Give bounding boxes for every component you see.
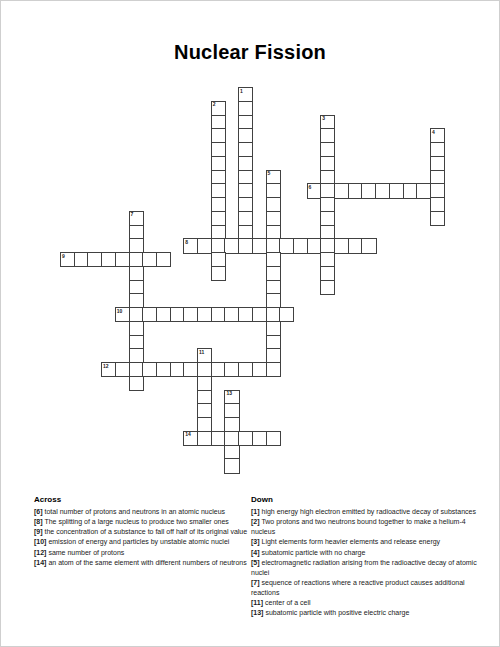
grid-cell[interactable] xyxy=(279,307,294,322)
clue-item-number: [13] xyxy=(251,609,263,616)
across-clue-list: [6] total number of protons and neutrons… xyxy=(34,507,251,568)
grid-cell[interactable] xyxy=(266,362,281,377)
clue-item: [13] subatomic particle with positive el… xyxy=(251,608,481,618)
clue-item: [1] high energy high electron emitted by… xyxy=(251,507,481,517)
down-header: Down xyxy=(251,495,481,504)
clue-item-number: [4] xyxy=(251,549,260,556)
clue-number: 2 xyxy=(213,102,216,107)
grid-cell[interactable] xyxy=(361,238,376,253)
clue-item-number: [11] xyxy=(251,599,263,606)
clue-item: [6] total number of protons and neutrons… xyxy=(34,507,251,517)
across-header: Across xyxy=(34,495,251,504)
clue-number: 11 xyxy=(199,350,204,355)
crossword-grid: 1234567891011121314 xyxy=(60,87,445,473)
grid-cell[interactable] xyxy=(430,211,445,226)
clue-number: 7 xyxy=(131,212,134,217)
clue-item: [11] center of a cell xyxy=(251,598,481,608)
clue-number: 8 xyxy=(185,240,188,245)
clue-number: 4 xyxy=(432,130,435,135)
clue-item-number: [5] xyxy=(251,559,260,566)
clue-item: [10] emission of energy and particles by… xyxy=(34,537,251,547)
clue-item-number: [14] xyxy=(34,559,46,566)
grid-cell[interactable] xyxy=(211,266,226,281)
clue-item: [3] Light elements form heavier elements… xyxy=(251,537,481,547)
clue-number: 9 xyxy=(62,254,65,259)
clue-item: [2] Two protons and two neutrons bound t… xyxy=(251,517,481,537)
down-clues-section: Down [1] high energy high electron emitt… xyxy=(251,495,481,619)
clue-item-number: [1] xyxy=(251,508,260,515)
clue-item: [7] sequence of reactions where a reacti… xyxy=(251,578,481,598)
clue-item-number: [7] xyxy=(251,579,260,586)
down-clue-list: [1] high energy high electron emitted by… xyxy=(251,507,481,619)
clue-number: 12 xyxy=(103,364,109,369)
clue-item: [9] the concentration of a substance to … xyxy=(34,527,251,537)
clue-item-number: [12] xyxy=(34,549,46,556)
clue-number: 13 xyxy=(226,391,232,396)
clue-item-number: [2] xyxy=(251,518,260,525)
clue-number: 3 xyxy=(322,116,325,121)
clue-item-number: [8] xyxy=(34,518,43,525)
clue-number: 5 xyxy=(268,171,271,176)
clue-item: [5] electromagnetic radiation arising fr… xyxy=(251,558,481,578)
clue-item-number: [3] xyxy=(251,538,260,545)
clue-item-number: [9] xyxy=(34,528,43,535)
clue-item-number: [6] xyxy=(34,508,43,515)
clue-item: [14] an atom of the same element with di… xyxy=(34,558,251,568)
puzzle-page: Nuclear Fission 1234567891011121314 Acro… xyxy=(0,0,500,647)
clue-number: 14 xyxy=(185,432,191,437)
clue-item: [4] subatomic particle with no charge xyxy=(251,548,481,558)
grid-cell[interactable] xyxy=(320,280,335,295)
clue-number: 10 xyxy=(117,309,123,314)
grid-cell[interactable] xyxy=(266,431,281,446)
clue-number: 6 xyxy=(309,185,312,190)
clue-item: [8] The splitting of a large nucleus to … xyxy=(34,517,251,527)
clue-item-number: [10] xyxy=(34,538,46,545)
grid-cell[interactable] xyxy=(224,458,239,473)
puzzle-title: Nuclear Fission xyxy=(1,41,499,64)
grid-cell[interactable] xyxy=(156,252,171,267)
clue-number: 1 xyxy=(240,89,243,94)
clue-item: [12] same number of protons xyxy=(34,548,251,558)
across-clues-section: Across [6] total number of protons and n… xyxy=(34,495,251,568)
grid-cell[interactable] xyxy=(129,376,144,391)
